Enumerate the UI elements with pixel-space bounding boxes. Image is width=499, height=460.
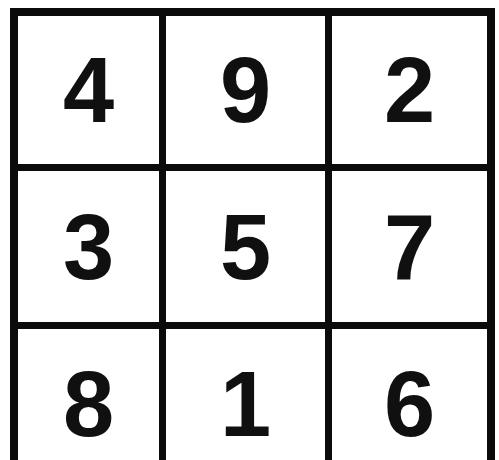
cell-value: 6 <box>384 358 435 450</box>
cell-r1c1: 4 <box>18 16 159 164</box>
cell-r2c1: 3 <box>18 171 159 322</box>
cell-r3c2: 1 <box>166 329 325 460</box>
cell-value: 7 <box>384 201 435 293</box>
cell-value: 1 <box>220 358 271 450</box>
cell-value: 2 <box>384 44 435 136</box>
cell-value: 8 <box>63 358 114 450</box>
cell-r3c1: 8 <box>18 329 159 460</box>
cell-value: 3 <box>63 201 114 293</box>
magic-square-diagram: 4 9 2 3 5 7 8 1 6 <box>0 0 499 460</box>
cell-value: 5 <box>220 201 271 293</box>
cell-r3c3: 6 <box>332 329 487 460</box>
cell-r1c2: 9 <box>166 16 325 164</box>
cell-value: 4 <box>63 44 114 136</box>
magic-square-board: 4 9 2 3 5 7 8 1 6 <box>10 8 495 460</box>
cell-value: 9 <box>220 44 271 136</box>
cell-r1c3: 2 <box>332 16 487 164</box>
cell-r2c3: 7 <box>332 171 487 322</box>
cell-r2c2: 5 <box>166 171 325 322</box>
